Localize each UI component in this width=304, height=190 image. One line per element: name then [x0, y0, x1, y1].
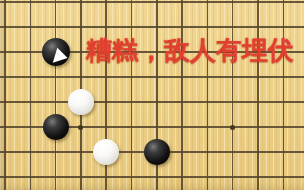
go-board[interactable] — [0, 0, 304, 190]
white-stone — [68, 89, 94, 115]
white-stone — [93, 139, 119, 165]
board-intersection-C7 — [43, 40, 68, 65]
black-stone — [43, 114, 69, 140]
board-intersection-G3 — [144, 140, 169, 165]
board-intersection-E3 — [94, 140, 119, 165]
board-intersection-D5 — [68, 90, 93, 115]
black-stone — [144, 139, 170, 165]
board-intersection-C4 — [43, 115, 68, 140]
caption-text: 糟糕，敌人有埋伏 — [86, 37, 294, 63]
board-grid — [0, 0, 296, 190]
go-lesson-frame: 糟糕，敌人有埋伏 — [0, 0, 304, 190]
black-stone — [42, 38, 70, 66]
triangle-marker — [42, 38, 70, 66]
